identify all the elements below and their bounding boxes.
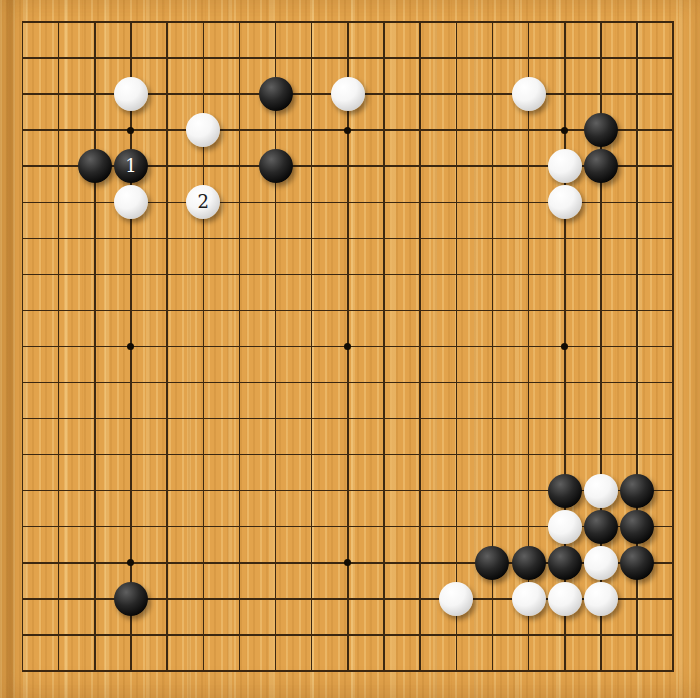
stone-black[interactable] bbox=[114, 149, 148, 183]
stone-white[interactable] bbox=[331, 77, 365, 111]
star-point bbox=[561, 127, 568, 134]
grid-line-horizontal bbox=[22, 634, 674, 636]
stone-black[interactable] bbox=[620, 474, 654, 508]
stone-black[interactable] bbox=[259, 149, 293, 183]
stone-black[interactable] bbox=[584, 510, 618, 544]
stone-white[interactable] bbox=[512, 77, 546, 111]
stone-black[interactable] bbox=[114, 582, 148, 616]
stone-white[interactable] bbox=[584, 582, 618, 616]
stone-white[interactable] bbox=[584, 474, 618, 508]
stone-black[interactable] bbox=[620, 510, 654, 544]
stone-white[interactable] bbox=[548, 185, 582, 219]
grid-line-vertical bbox=[456, 21, 458, 671]
grid-line-vertical bbox=[672, 21, 674, 671]
grid-line-horizontal bbox=[22, 670, 674, 672]
grid-line-vertical bbox=[383, 21, 385, 671]
stone-black[interactable] bbox=[584, 149, 618, 183]
stone-white[interactable] bbox=[548, 582, 582, 616]
grid-line-vertical bbox=[419, 21, 421, 671]
stone-black[interactable] bbox=[548, 474, 582, 508]
stone-white[interactable] bbox=[548, 149, 582, 183]
stone-black[interactable] bbox=[259, 77, 293, 111]
stone-black[interactable] bbox=[512, 546, 546, 580]
grid-line-horizontal bbox=[22, 382, 674, 384]
stone-white[interactable] bbox=[512, 582, 546, 616]
stone-black[interactable] bbox=[78, 149, 112, 183]
go-board[interactable]: 12 bbox=[0, 0, 700, 698]
stone-white[interactable] bbox=[548, 510, 582, 544]
stone-black[interactable] bbox=[584, 113, 618, 147]
stone-white[interactable] bbox=[114, 185, 148, 219]
stone-black[interactable] bbox=[475, 546, 509, 580]
stone-white[interactable] bbox=[114, 77, 148, 111]
grid-line-horizontal bbox=[22, 418, 674, 420]
stone-black[interactable] bbox=[548, 546, 582, 580]
star-point bbox=[344, 127, 351, 134]
stone-black[interactable] bbox=[620, 546, 654, 580]
grid-line-horizontal bbox=[22, 454, 674, 456]
stone-white[interactable] bbox=[439, 582, 473, 616]
stone-white[interactable] bbox=[584, 546, 618, 580]
